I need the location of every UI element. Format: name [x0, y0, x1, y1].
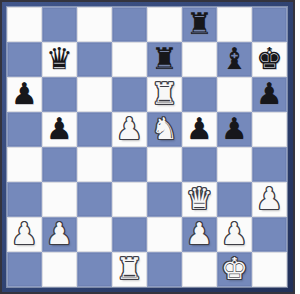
square-h4[interactable] — [252, 147, 287, 182]
square-c1[interactable] — [77, 252, 112, 287]
square-d7[interactable] — [112, 42, 147, 77]
piece-black-pawn: ♟ — [46, 112, 73, 146]
square-g8[interactable] — [217, 7, 252, 42]
piece-white-pawn: ♟ — [221, 217, 248, 251]
square-a8[interactable] — [7, 7, 42, 42]
square-e2[interactable] — [147, 217, 182, 252]
board-frame: ♜♛♜♝♚♟♜♟♟♟♞♟♟♛♟♟♟♟♟♜♚ — [0, 0, 295, 294]
square-g1[interactable]: ♚ — [217, 252, 252, 287]
piece-black-bishop: ♝ — [221, 42, 248, 76]
piece-white-rook: ♜ — [116, 252, 143, 286]
square-f4[interactable] — [182, 147, 217, 182]
square-h1[interactable] — [252, 252, 287, 287]
square-b2[interactable]: ♟ — [42, 217, 77, 252]
square-e6[interactable]: ♜ — [147, 77, 182, 112]
square-c7[interactable] — [77, 42, 112, 77]
square-e7[interactable]: ♜ — [147, 42, 182, 77]
square-g4[interactable] — [217, 147, 252, 182]
square-a5[interactable] — [7, 112, 42, 147]
square-e4[interactable] — [147, 147, 182, 182]
square-g3[interactable] — [217, 182, 252, 217]
square-a2[interactable]: ♟ — [7, 217, 42, 252]
square-c5[interactable] — [77, 112, 112, 147]
piece-white-pawn: ♟ — [116, 112, 143, 146]
square-b1[interactable] — [42, 252, 77, 287]
square-c8[interactable] — [77, 7, 112, 42]
square-d4[interactable] — [112, 147, 147, 182]
square-b4[interactable] — [42, 147, 77, 182]
piece-black-pawn: ♟ — [256, 77, 283, 111]
square-h7[interactable]: ♚ — [252, 42, 287, 77]
square-b7[interactable]: ♛ — [42, 42, 77, 77]
piece-white-rook: ♜ — [151, 77, 178, 111]
square-d5[interactable]: ♟ — [112, 112, 147, 147]
square-a1[interactable] — [7, 252, 42, 287]
square-g7[interactable]: ♝ — [217, 42, 252, 77]
square-e1[interactable] — [147, 252, 182, 287]
square-f7[interactable] — [182, 42, 217, 77]
square-h8[interactable] — [252, 7, 287, 42]
piece-white-pawn: ♟ — [186, 217, 213, 251]
square-h3[interactable]: ♟ — [252, 182, 287, 217]
piece-white-pawn: ♟ — [11, 217, 38, 251]
piece-black-rook: ♜ — [186, 7, 213, 41]
square-d3[interactable] — [112, 182, 147, 217]
piece-white-knight: ♞ — [151, 112, 178, 146]
piece-white-pawn: ♟ — [46, 217, 73, 251]
square-e3[interactable] — [147, 182, 182, 217]
square-f2[interactable]: ♟ — [182, 217, 217, 252]
square-g2[interactable]: ♟ — [217, 217, 252, 252]
square-c4[interactable] — [77, 147, 112, 182]
square-c2[interactable] — [77, 217, 112, 252]
piece-white-king: ♚ — [221, 252, 248, 286]
square-a3[interactable] — [7, 182, 42, 217]
square-g6[interactable] — [217, 77, 252, 112]
square-b3[interactable] — [42, 182, 77, 217]
square-g5[interactable]: ♟ — [217, 112, 252, 147]
piece-black-king: ♚ — [256, 42, 283, 76]
chess-diagram: ♜♛♜♝♚♟♜♟♟♟♞♟♟♛♟♟♟♟♟♜♚ — [0, 0, 300, 294]
square-f1[interactable] — [182, 252, 217, 287]
piece-black-pawn: ♟ — [11, 77, 38, 111]
square-f8[interactable]: ♜ — [182, 7, 217, 42]
square-d1[interactable]: ♜ — [112, 252, 147, 287]
square-c3[interactable] — [77, 182, 112, 217]
piece-black-pawn: ♟ — [186, 112, 213, 146]
square-a6[interactable]: ♟ — [7, 77, 42, 112]
piece-black-pawn: ♟ — [221, 112, 248, 146]
square-h5[interactable] — [252, 112, 287, 147]
square-h2[interactable] — [252, 217, 287, 252]
square-a4[interactable] — [7, 147, 42, 182]
square-f3[interactable]: ♛ — [182, 182, 217, 217]
square-f5[interactable]: ♟ — [182, 112, 217, 147]
square-e8[interactable] — [147, 7, 182, 42]
piece-black-rook: ♜ — [151, 42, 178, 76]
square-b6[interactable] — [42, 77, 77, 112]
piece-black-queen: ♛ — [46, 42, 73, 76]
square-f6[interactable] — [182, 77, 217, 112]
square-b5[interactable]: ♟ — [42, 112, 77, 147]
piece-white-queen: ♛ — [186, 182, 213, 216]
square-d2[interactable] — [112, 217, 147, 252]
square-e5[interactable]: ♞ — [147, 112, 182, 147]
square-c6[interactable] — [77, 77, 112, 112]
square-d6[interactable] — [112, 77, 147, 112]
square-h6[interactable]: ♟ — [252, 77, 287, 112]
piece-white-pawn: ♟ — [256, 182, 283, 216]
square-a7[interactable] — [7, 42, 42, 77]
chess-board: ♜♛♜♝♚♟♜♟♟♟♞♟♟♛♟♟♟♟♟♜♚ — [7, 7, 287, 287]
square-d8[interactable] — [112, 7, 147, 42]
square-b8[interactable] — [42, 7, 77, 42]
